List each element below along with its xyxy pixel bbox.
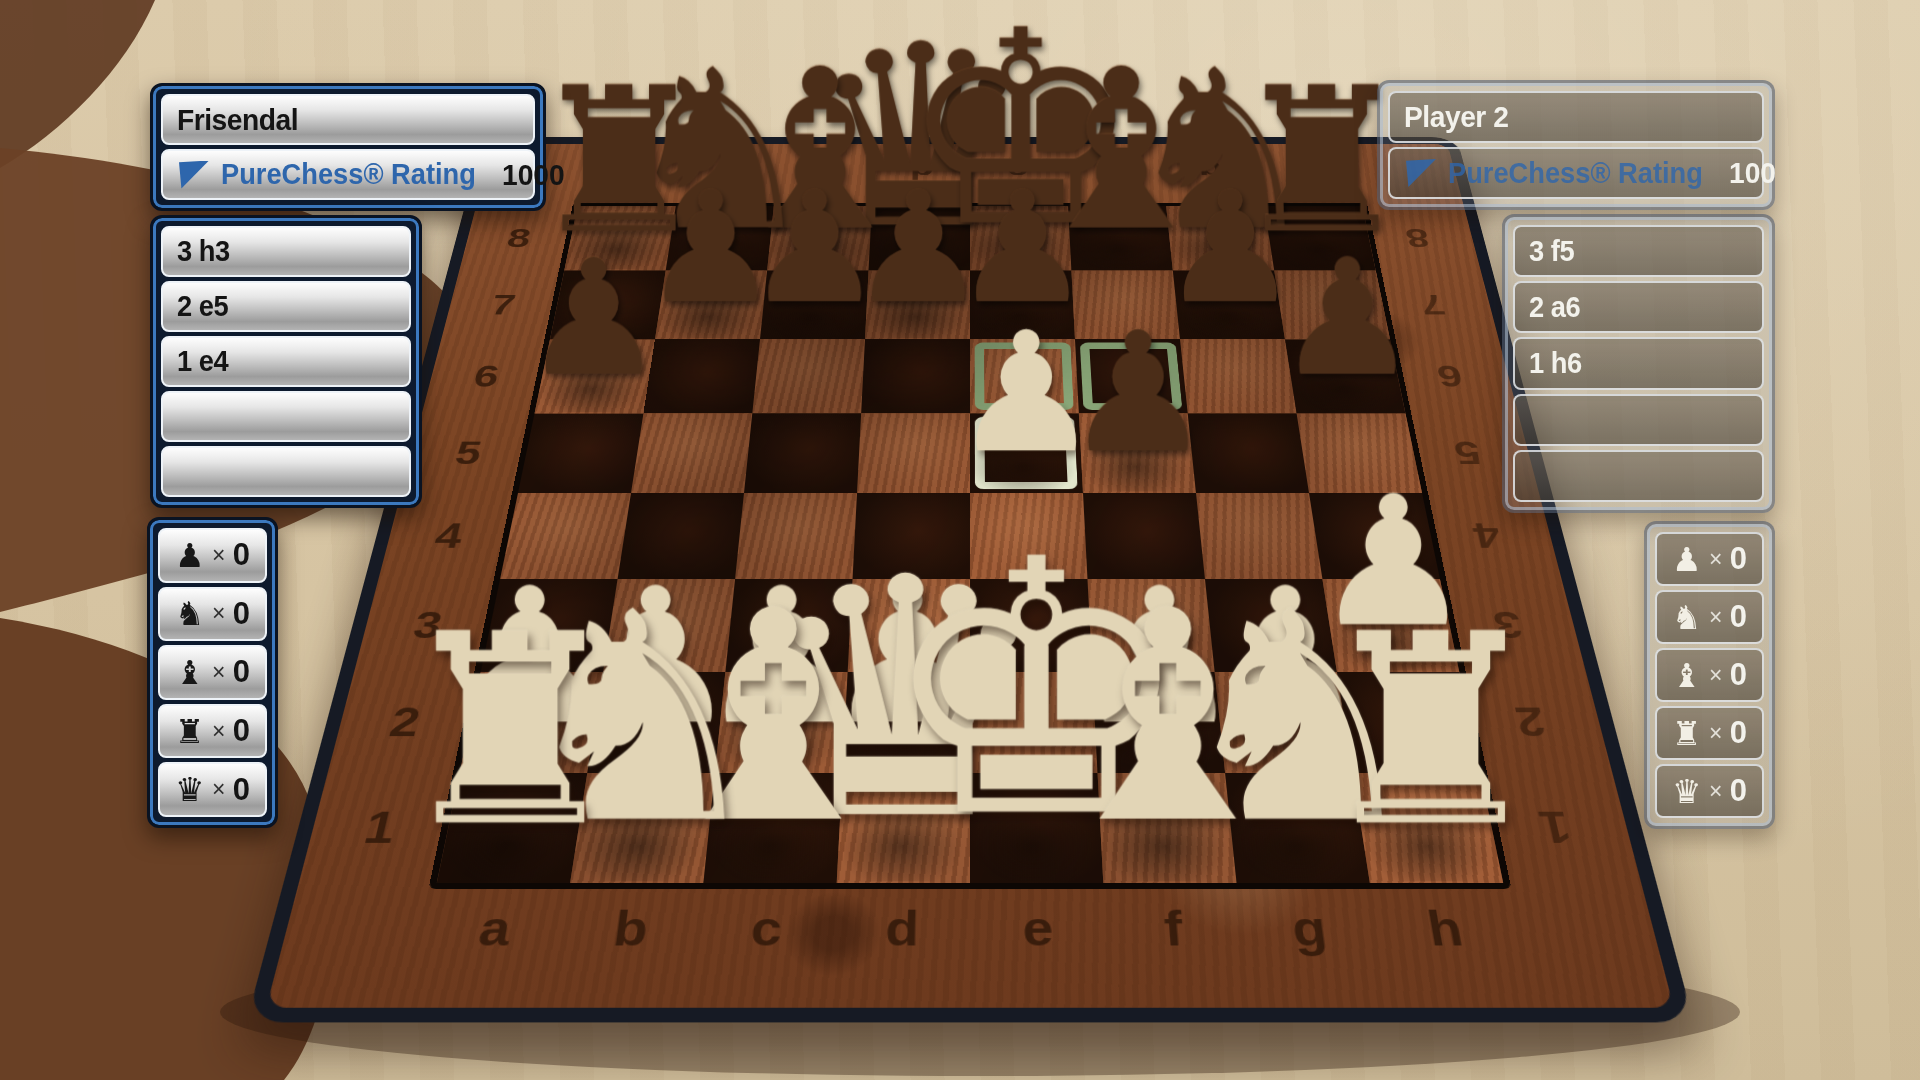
- black-move-row-3: [1513, 394, 1764, 446]
- white-move-row-1: 2 e5: [161, 281, 411, 332]
- rating-flag-icon: [1406, 159, 1436, 187]
- white-rating-value: 1000: [502, 158, 565, 192]
- white-player-panel: Frisendal PureChess® Rating 1000: [150, 83, 546, 211]
- black-player-name: Player 2: [1404, 100, 1508, 134]
- rook-icon: ♜: [175, 715, 205, 748]
- black-name-plate: Player 2: [1388, 91, 1764, 143]
- captured-count: 0: [1730, 657, 1747, 693]
- move-text: 3 h3: [177, 235, 230, 268]
- black-move-row-1: 2 a6: [1513, 281, 1764, 333]
- white-captured-tray: ♟×0♞×0♝×0♜×0♛×0: [147, 517, 278, 828]
- move-text: 2 a6: [1529, 291, 1580, 324]
- square-highlight: [757, 343, 860, 410]
- black-move-list: 3 f52 a61 h6: [1502, 214, 1775, 513]
- captured-count: 0: [233, 772, 250, 808]
- captured-count: 0: [1730, 773, 1747, 809]
- square-highlight: [524, 417, 638, 490]
- move-text: 1 h6: [1529, 347, 1582, 380]
- black-player-panel: Player 2 PureChess® Rating 100: [1377, 80, 1775, 210]
- rank-label-left-5: 5: [418, 434, 517, 472]
- move-text: 2 e5: [177, 290, 228, 323]
- white-rook-a1[interactable]: ♜: [392, 612, 628, 849]
- multiply-sign: ×: [212, 659, 225, 686]
- file-label-bottom-e: e: [970, 900, 1107, 957]
- pawn-icon: ♟: [1672, 543, 1702, 576]
- captured-count: 0: [233, 654, 250, 690]
- black-captured-row-knight: ♞×0: [1655, 590, 1764, 644]
- multiply-sign: ×: [1709, 662, 1722, 689]
- file-label-bottom-g: g: [1238, 900, 1381, 957]
- white-captured-row-bishop: ♝×0: [158, 645, 267, 700]
- bishop-icon: ♝: [175, 656, 205, 689]
- white-captured-row-knight: ♞×0: [158, 587, 267, 642]
- black-move-row-2: 1 h6: [1513, 337, 1764, 389]
- multiply-sign: ×: [212, 776, 225, 803]
- file-label-bottom-b: b: [559, 900, 702, 957]
- chess-board[interactable]: ♜♞♝♛♚♝♞♜♟♟♟♟♟♟♟♟♟♟♟♟♟♟♟♟♜♞♝♛♚♝♞♜: [437, 206, 1503, 883]
- captured-count: 0: [233, 537, 250, 573]
- queen-icon: ♛: [1672, 775, 1702, 808]
- white-move-row-0: 3 h3: [161, 226, 411, 277]
- multiply-sign: ×: [1709, 778, 1722, 805]
- square-b5[interactable]: [631, 413, 752, 493]
- rating-flag-icon: [179, 161, 209, 189]
- square-a6[interactable]: ♟: [535, 339, 655, 413]
- square-a1[interactable]: ♜: [437, 773, 587, 883]
- black-rating-plate: PureChess® Rating 100: [1388, 147, 1764, 199]
- bishop-icon: ♝: [1672, 659, 1702, 692]
- rank-label-left-6: 6: [438, 359, 533, 394]
- white-move-row-4: [161, 446, 411, 497]
- black-rating-label: PureChess® Rating: [1448, 157, 1703, 190]
- file-label-bottom-h: h: [1373, 900, 1519, 957]
- file-label-bottom-c: c: [696, 900, 836, 957]
- move-text: 3 f5: [1529, 235, 1574, 268]
- black-pawn-f5[interactable]: ♟: [1063, 319, 1212, 468]
- black-captured-row-bishop: ♝×0: [1655, 648, 1764, 702]
- white-move-list: 3 h32 e51 e4: [150, 215, 422, 508]
- multiply-sign: ×: [1709, 720, 1722, 747]
- black-move-row-0: 3 f5: [1513, 225, 1764, 277]
- multiply-sign: ×: [1709, 546, 1722, 573]
- square-highlight: [749, 417, 856, 490]
- multiply-sign: ×: [212, 542, 225, 569]
- captured-count: 0: [1730, 541, 1747, 577]
- file-label-bottom-d: d: [833, 900, 970, 957]
- queen-icon: ♛: [175, 773, 205, 806]
- rook-icon: ♜: [1672, 717, 1702, 750]
- black-captured-row-rook: ♜×0: [1655, 706, 1764, 760]
- black-move-row-4: [1513, 450, 1764, 502]
- black-rating-value: 100: [1729, 156, 1776, 190]
- square-highlight: [866, 343, 965, 410]
- square-h1[interactable]: ♜: [1353, 773, 1503, 883]
- white-rook-h1[interactable]: ♜: [1312, 612, 1548, 849]
- file-label-bottom-f: f: [1104, 900, 1244, 957]
- white-move-row-2: 1 e4: [161, 336, 411, 387]
- square-c6[interactable]: [752, 339, 865, 413]
- square-h6[interactable]: ♟: [1285, 339, 1405, 413]
- captured-count: 0: [233, 596, 250, 632]
- multiply-sign: ×: [212, 600, 225, 627]
- square-highlight: [637, 417, 748, 490]
- captured-count: 0: [233, 713, 250, 749]
- pure-chess-screen: ♜♞♝♛♚♝♞♜♟♟♟♟♟♟♟♟♟♟♟♟♟♟♟♟♜♞♝♛♚♝♞♜ 8877665…: [0, 0, 1920, 1080]
- black-captured-tray: ♟×0♞×0♝×0♜×0♛×0: [1644, 521, 1775, 829]
- knight-icon: ♞: [175, 597, 205, 630]
- square-f5[interactable]: ♟: [1079, 413, 1196, 493]
- white-rating-plate: PureChess® Rating 1000: [161, 149, 535, 200]
- black-captured-row-pawn: ♟×0: [1655, 532, 1764, 586]
- white-rating-label: PureChess® Rating: [221, 158, 476, 191]
- black-pawn-a6[interactable]: ♟: [521, 247, 665, 391]
- move-text: 1 e4: [177, 345, 228, 378]
- multiply-sign: ×: [212, 718, 225, 745]
- board-3d-wrapper: ♜♞♝♛♚♝♞♜♟♟♟♟♟♟♟♟♟♟♟♟♟♟♟♟♜♞♝♛♚♝♞♜ 8877665…: [246, 137, 1694, 1022]
- white-captured-row-pawn: ♟×0: [158, 528, 267, 583]
- square-a5[interactable]: [518, 413, 643, 493]
- black-captured-row-queen: ♛×0: [1655, 764, 1764, 818]
- white-move-row-3: [161, 391, 411, 442]
- file-label-bottom-a: a: [421, 900, 567, 957]
- knight-icon: ♞: [1672, 601, 1702, 634]
- square-highlight: [862, 417, 965, 490]
- black-pawn-h6[interactable]: ♟: [1275, 247, 1419, 391]
- captured-count: 0: [1730, 715, 1747, 751]
- white-captured-row-rook: ♜×0: [158, 704, 267, 759]
- pawn-icon: ♟: [175, 539, 205, 572]
- chess-board-frame: ♜♞♝♛♚♝♞♜♟♟♟♟♟♟♟♟♟♟♟♟♟♟♟♟♜♞♝♛♚♝♞♜ 8877665…: [246, 137, 1694, 1022]
- square-c5[interactable]: [744, 413, 861, 493]
- white-captured-row-queen: ♛×0: [158, 762, 267, 817]
- multiply-sign: ×: [1709, 604, 1722, 631]
- white-name-plate: Frisendal: [161, 94, 535, 145]
- white-player-name: Frisendal: [177, 103, 298, 137]
- captured-count: 0: [1730, 599, 1747, 635]
